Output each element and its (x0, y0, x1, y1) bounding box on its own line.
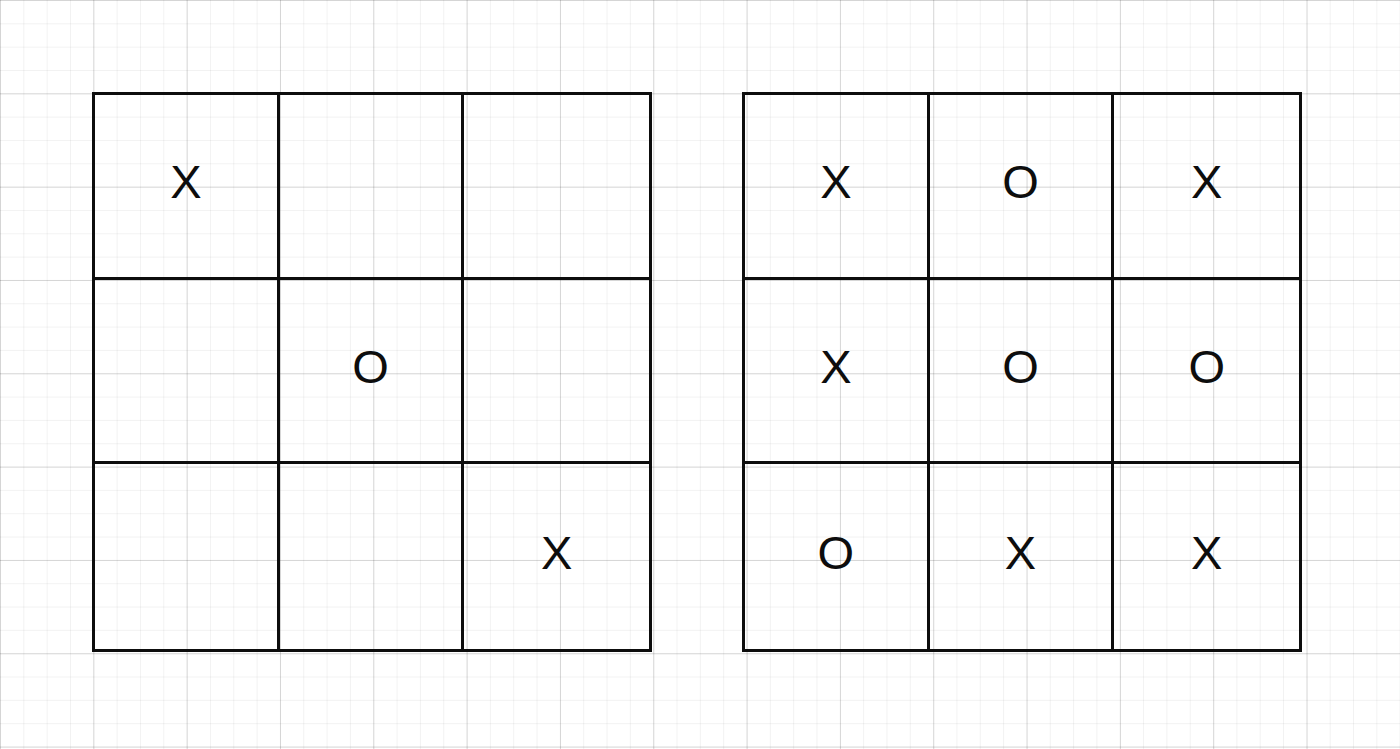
mark: X (1005, 529, 1036, 576)
board-left-cell-r3c1[interactable] (95, 464, 280, 649)
mark: O (352, 343, 389, 390)
board-left-cell-r2c2[interactable]: O (280, 280, 465, 465)
board-right-cell-r3c3[interactable]: X (1114, 464, 1299, 649)
board-right-cell-r2c2[interactable]: O (930, 280, 1115, 465)
mark: X (170, 158, 201, 205)
board-left-cell-r1c2[interactable] (280, 95, 465, 280)
graph-paper-canvas: X O X X O X X O O O X X (0, 0, 1400, 749)
board-right-cell-r1c1[interactable]: X (745, 95, 930, 280)
mark: X (1191, 158, 1222, 205)
mark: O (1002, 158, 1039, 205)
board-left-cell-r2c1[interactable] (95, 280, 280, 465)
board-left-cell-r2c3[interactable] (464, 280, 649, 465)
mark: X (820, 158, 851, 205)
tic-tac-toe-board-right: X O X X O O O X X (742, 92, 1302, 652)
mark: X (541, 529, 572, 576)
board-right-cell-r2c1[interactable]: X (745, 280, 930, 465)
board-left-cell-r3c2[interactable] (280, 464, 465, 649)
board-right-cell-r3c2[interactable]: X (930, 464, 1115, 649)
board-right-cell-r2c3[interactable]: O (1114, 280, 1299, 465)
mark: X (820, 343, 851, 390)
tic-tac-toe-board-left: X O X (92, 92, 652, 652)
mark: X (1191, 529, 1222, 576)
board-right-cell-r3c1[interactable]: O (745, 464, 930, 649)
board-right-cell-r1c2[interactable]: O (930, 95, 1115, 280)
board-left-cell-r1c3[interactable] (464, 95, 649, 280)
mark: O (818, 529, 855, 576)
mark: O (1002, 343, 1039, 390)
board-left-cell-r1c1[interactable]: X (95, 95, 280, 280)
board-left-cell-r3c3[interactable]: X (464, 464, 649, 649)
mark: O (1188, 343, 1225, 390)
board-right-cell-r1c3[interactable]: X (1114, 95, 1299, 280)
